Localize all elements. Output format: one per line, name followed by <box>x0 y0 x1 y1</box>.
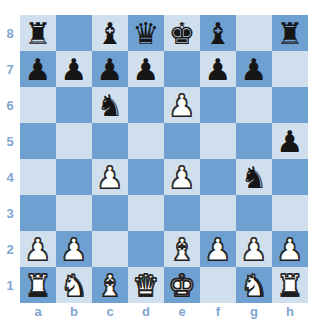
piece-black-pawn[interactable]: ♟ <box>56 51 92 87</box>
rank-label-7: 7 <box>0 51 20 87</box>
square-g5[interactable] <box>236 123 272 159</box>
file-label-d: d <box>128 303 164 320</box>
square-d1[interactable]: ♛ <box>128 267 164 303</box>
square-c5[interactable] <box>92 123 128 159</box>
square-d8[interactable]: ♛ <box>128 15 164 51</box>
piece-white-bishop[interactable]: ♝ <box>92 267 128 303</box>
piece-white-queen[interactable]: ♛ <box>128 267 164 303</box>
piece-black-pawn[interactable]: ♟ <box>20 51 56 87</box>
piece-white-pawn[interactable]: ♟ <box>200 231 236 267</box>
piece-black-pawn[interactable]: ♟ <box>236 51 272 87</box>
square-g7[interactable]: ♟ <box>236 51 272 87</box>
file-labels: abcdefgh <box>20 303 308 320</box>
rank-label-1: 1 <box>0 267 20 303</box>
piece-white-pawn[interactable]: ♟ <box>56 231 92 267</box>
square-a7[interactable]: ♟ <box>20 51 56 87</box>
square-b7[interactable]: ♟ <box>56 51 92 87</box>
square-e2[interactable]: ♝ <box>164 231 200 267</box>
square-c7[interactable]: ♟ <box>92 51 128 87</box>
square-c6[interactable]: ♞ <box>92 87 128 123</box>
square-h2[interactable]: ♟ <box>272 231 308 267</box>
piece-white-pawn[interactable]: ♟ <box>164 159 200 195</box>
square-g3[interactable] <box>236 195 272 231</box>
square-b5[interactable] <box>56 123 92 159</box>
piece-black-rook[interactable]: ♜ <box>272 15 308 51</box>
file-label-f: f <box>200 303 236 320</box>
piece-black-pawn[interactable]: ♟ <box>128 51 164 87</box>
rank-label-3: 3 <box>0 195 20 231</box>
square-h7[interactable] <box>272 51 308 87</box>
piece-white-king[interactable]: ♚ <box>164 267 200 303</box>
square-f7[interactable]: ♟ <box>200 51 236 87</box>
piece-white-knight[interactable]: ♞ <box>236 267 272 303</box>
piece-white-rook[interactable]: ♜ <box>272 267 308 303</box>
piece-black-queen[interactable]: ♛ <box>128 15 164 51</box>
rank-label-4: 4 <box>0 159 20 195</box>
piece-white-bishop[interactable]: ♝ <box>164 231 200 267</box>
square-a8[interactable]: ♜ <box>20 15 56 51</box>
piece-black-pawn[interactable]: ♟ <box>272 123 308 159</box>
square-c4[interactable]: ♟ <box>92 159 128 195</box>
square-b8[interactable] <box>56 15 92 51</box>
square-h3[interactable] <box>272 195 308 231</box>
piece-black-bishop[interactable]: ♝ <box>92 15 128 51</box>
square-g6[interactable] <box>236 87 272 123</box>
square-e5[interactable] <box>164 123 200 159</box>
file-label-e: e <box>164 303 200 320</box>
piece-black-knight[interactable]: ♞ <box>92 87 128 123</box>
square-e3[interactable] <box>164 195 200 231</box>
rank-label-8: 8 <box>0 15 20 51</box>
piece-white-rook[interactable]: ♜ <box>20 267 56 303</box>
square-d3[interactable] <box>128 195 164 231</box>
square-d7[interactable]: ♟ <box>128 51 164 87</box>
square-c1[interactable]: ♝ <box>92 267 128 303</box>
file-label-g: g <box>236 303 272 320</box>
square-b3[interactable] <box>56 195 92 231</box>
square-e1[interactable]: ♚ <box>164 267 200 303</box>
square-h4[interactable] <box>272 159 308 195</box>
square-e8[interactable]: ♚ <box>164 15 200 51</box>
square-a1[interactable]: ♜ <box>20 267 56 303</box>
square-h8[interactable]: ♜ <box>272 15 308 51</box>
square-b6[interactable] <box>56 87 92 123</box>
chess-board: ♜♝♛♚♝♜♟♟♟♟♟♟♞♟♟♟♟♞♟♟♝♟♟♟♜♞♝♛♚♞♜ <box>20 15 308 303</box>
piece-white-pawn[interactable]: ♟ <box>164 87 200 123</box>
piece-black-rook[interactable]: ♜ <box>20 15 56 51</box>
square-d5[interactable] <box>128 123 164 159</box>
square-h5[interactable]: ♟ <box>272 123 308 159</box>
piece-black-pawn[interactable]: ♟ <box>92 51 128 87</box>
piece-black-pawn[interactable]: ♟ <box>200 51 236 87</box>
square-f4[interactable] <box>200 159 236 195</box>
square-b2[interactable]: ♟ <box>56 231 92 267</box>
square-f5[interactable] <box>200 123 236 159</box>
rank-label-2: 2 <box>0 231 20 267</box>
piece-white-pawn[interactable]: ♟ <box>236 231 272 267</box>
square-g1[interactable]: ♞ <box>236 267 272 303</box>
rank-label-6: 6 <box>0 87 20 123</box>
square-a4[interactable] <box>20 159 56 195</box>
square-g2[interactable]: ♟ <box>236 231 272 267</box>
square-d6[interactable] <box>128 87 164 123</box>
square-e6[interactable]: ♟ <box>164 87 200 123</box>
square-d4[interactable] <box>128 159 164 195</box>
square-c3[interactable] <box>92 195 128 231</box>
piece-white-knight[interactable]: ♞ <box>56 267 92 303</box>
square-e7[interactable] <box>164 51 200 87</box>
rank-labels: 87654321 <box>0 15 20 303</box>
piece-black-knight[interactable]: ♞ <box>236 159 272 195</box>
square-e4[interactable]: ♟ <box>164 159 200 195</box>
square-a3[interactable] <box>20 195 56 231</box>
square-f8[interactable]: ♝ <box>200 15 236 51</box>
piece-black-king[interactable]: ♚ <box>164 15 200 51</box>
rank-label-5: 5 <box>0 123 20 159</box>
square-g8[interactable] <box>236 15 272 51</box>
square-a5[interactable] <box>20 123 56 159</box>
square-g4[interactable]: ♞ <box>236 159 272 195</box>
piece-white-pawn[interactable]: ♟ <box>92 159 128 195</box>
square-a6[interactable] <box>20 87 56 123</box>
square-h6[interactable] <box>272 87 308 123</box>
square-h1[interactable]: ♜ <box>272 267 308 303</box>
square-f6[interactable] <box>200 87 236 123</box>
square-d2[interactable] <box>128 231 164 267</box>
square-f3[interactable] <box>200 195 236 231</box>
piece-black-bishop[interactable]: ♝ <box>200 15 236 51</box>
square-f2[interactable]: ♟ <box>200 231 236 267</box>
square-b1[interactable]: ♞ <box>56 267 92 303</box>
file-label-a: a <box>20 303 56 320</box>
square-b4[interactable] <box>56 159 92 195</box>
piece-white-pawn[interactable]: ♟ <box>20 231 56 267</box>
file-label-c: c <box>92 303 128 320</box>
square-f1[interactable] <box>200 267 236 303</box>
square-c2[interactable] <box>92 231 128 267</box>
square-a2[interactable]: ♟ <box>20 231 56 267</box>
square-c8[interactable]: ♝ <box>92 15 128 51</box>
file-label-b: b <box>56 303 92 320</box>
file-label-h: h <box>272 303 308 320</box>
piece-white-pawn[interactable]: ♟ <box>272 231 308 267</box>
